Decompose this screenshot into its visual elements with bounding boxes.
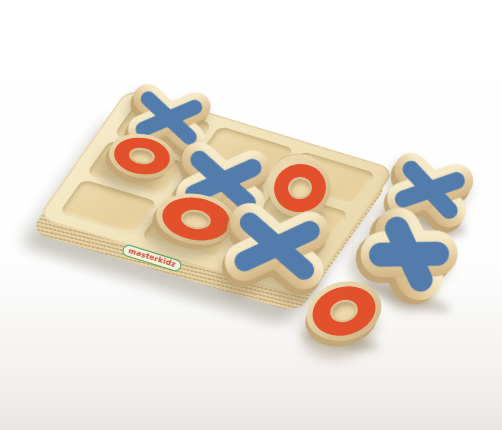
x-blue-inlay [369,242,449,267]
photo-stage: masterkidz [0,0,502,430]
x-front-right-x-piece[interactable] [219,204,336,288]
